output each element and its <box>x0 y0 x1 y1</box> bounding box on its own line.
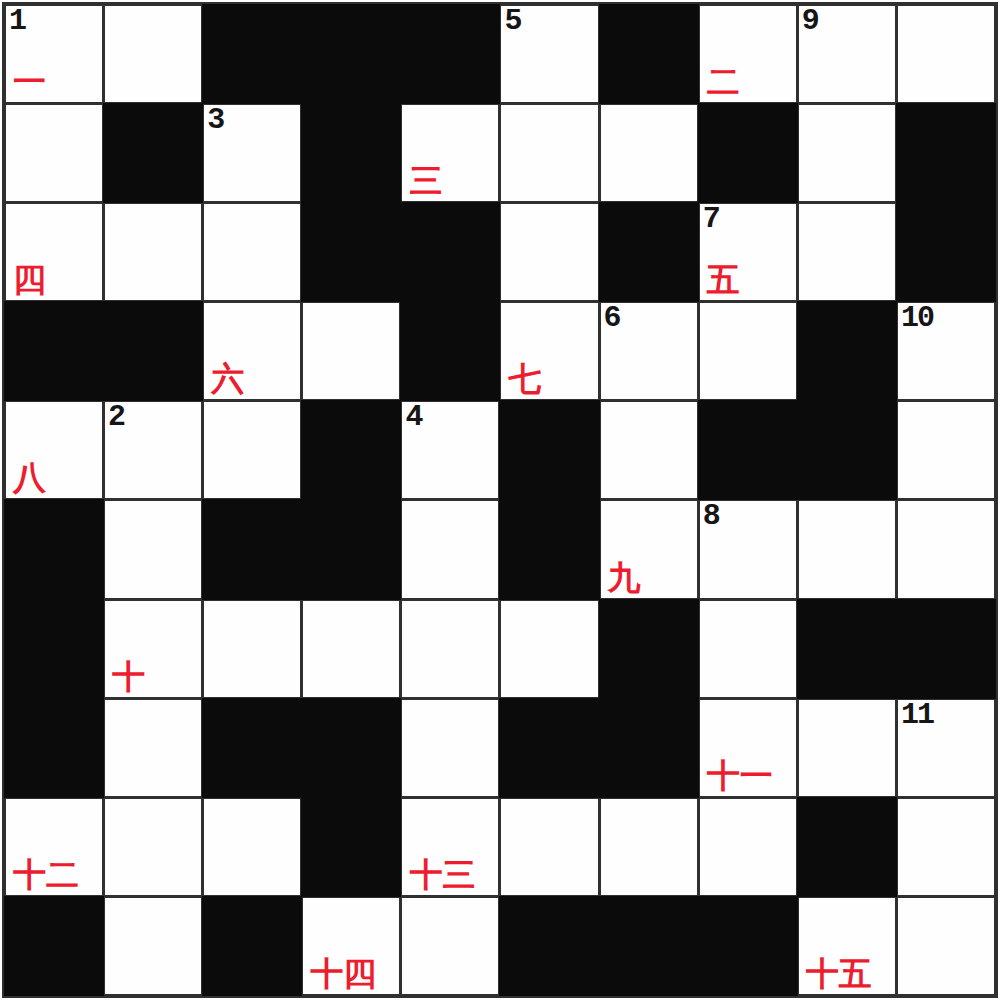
cell-r3c1 <box>105 303 201 399</box>
cell-r1c7 <box>700 105 796 201</box>
down-clue-number: 9 <box>802 6 818 38</box>
cell-r3c9[interactable]: 10 <box>898 303 994 399</box>
cell-r8c7[interactable] <box>700 799 796 895</box>
cell-r2c5[interactable] <box>501 204 597 300</box>
cell-r1c5[interactable] <box>501 105 597 201</box>
down-clue-number: 5 <box>504 6 520 38</box>
cell-r8c3 <box>303 799 399 895</box>
cell-r5c1[interactable] <box>105 501 201 597</box>
cell-r9c3[interactable]: 十四 <box>303 898 399 994</box>
cell-r1c6[interactable] <box>601 105 697 201</box>
down-clue-number: 6 <box>604 303 620 335</box>
cell-r0c6 <box>601 6 697 102</box>
cell-r7c8[interactable] <box>799 700 895 796</box>
cell-r0c1[interactable] <box>105 6 201 102</box>
crossword-page: 1一5二93三四7五六七610八24九8十十一11十二十三十四十五 <box>0 0 1000 1000</box>
cell-r3c8 <box>799 303 895 399</box>
cell-r9c8[interactable]: 十五 <box>799 898 895 994</box>
cell-r5c4[interactable] <box>402 501 498 597</box>
cell-r4c6[interactable] <box>601 402 697 498</box>
cell-r5c8[interactable] <box>799 501 895 597</box>
cell-r6c2[interactable] <box>204 601 300 697</box>
across-clue-numeral: 十一 <box>707 759 773 792</box>
down-clue-number: 2 <box>108 402 124 434</box>
cell-r2c7[interactable]: 7五 <box>700 204 796 300</box>
cell-r1c0[interactable] <box>6 105 102 201</box>
cell-r5c7[interactable]: 8 <box>700 501 796 597</box>
cell-r3c4 <box>402 303 498 399</box>
cell-r8c4[interactable]: 十三 <box>402 799 498 895</box>
cell-r2c3 <box>303 204 399 300</box>
cell-r5c0 <box>6 501 102 597</box>
cell-r0c0[interactable]: 1一 <box>6 6 102 102</box>
across-clue-numeral: 六 <box>211 362 244 395</box>
cell-r4c4[interactable]: 4 <box>402 402 498 498</box>
cell-r6c7[interactable] <box>700 601 796 697</box>
cell-r6c1[interactable]: 十 <box>105 601 201 697</box>
cell-r4c5 <box>501 402 597 498</box>
cell-r5c2 <box>204 501 300 597</box>
cell-r8c1[interactable] <box>105 799 201 895</box>
cell-r6c0 <box>6 601 102 697</box>
cell-r4c0[interactable]: 八 <box>6 402 102 498</box>
cell-r9c9[interactable] <box>898 898 994 994</box>
across-clue-numeral: 十二 <box>13 858 79 891</box>
cell-r7c2 <box>204 700 300 796</box>
cell-r8c9[interactable] <box>898 799 994 895</box>
across-clue-numeral: 十三 <box>409 858 475 891</box>
cell-r7c7[interactable]: 十一 <box>700 700 796 796</box>
cell-r3c7[interactable] <box>700 303 796 399</box>
cell-r6c4[interactable] <box>402 601 498 697</box>
cell-r9c4[interactable] <box>402 898 498 994</box>
cell-r9c1[interactable] <box>105 898 201 994</box>
cell-r9c5 <box>501 898 597 994</box>
across-clue-numeral: 十 <box>112 660 145 693</box>
cell-r6c5[interactable] <box>501 601 597 697</box>
cell-r1c1 <box>105 105 201 201</box>
across-clue-numeral: 十五 <box>806 957 872 990</box>
cell-r0c3 <box>303 6 399 102</box>
cell-r8c5[interactable] <box>501 799 597 895</box>
down-clue-number: 8 <box>703 501 719 533</box>
down-clue-number: 7 <box>703 204 719 236</box>
cell-r5c3 <box>303 501 399 597</box>
down-clue-number: 3 <box>207 105 223 137</box>
cell-r5c9[interactable] <box>898 501 994 597</box>
cell-r9c6 <box>601 898 697 994</box>
cell-r2c4 <box>402 204 498 300</box>
cell-r3c6[interactable]: 6 <box>601 303 697 399</box>
cell-r0c8[interactable]: 9 <box>799 6 895 102</box>
across-clue-numeral: 十四 <box>310 957 376 990</box>
cell-r4c3 <box>303 402 399 498</box>
cell-r5c6[interactable]: 九 <box>601 501 697 597</box>
across-clue-numeral: 四 <box>13 263 46 296</box>
cell-r4c1[interactable]: 2 <box>105 402 201 498</box>
cell-r6c3[interactable] <box>303 601 399 697</box>
cell-r1c3 <box>303 105 399 201</box>
cell-r1c9 <box>898 105 994 201</box>
cell-r3c5[interactable]: 七 <box>501 303 597 399</box>
across-clue-numeral: 七 <box>508 362 541 395</box>
cell-r4c7 <box>700 402 796 498</box>
cell-r7c0 <box>6 700 102 796</box>
cell-r8c2[interactable] <box>204 799 300 895</box>
cell-r8c0[interactable]: 十二 <box>6 799 102 895</box>
across-clue-numeral: 一 <box>13 65 46 98</box>
cell-r6c8 <box>799 601 895 697</box>
cell-r0c4 <box>402 6 498 102</box>
cell-r7c6 <box>601 700 697 796</box>
cell-r9c0 <box>6 898 102 994</box>
cell-r2c6 <box>601 204 697 300</box>
cell-r2c0[interactable]: 四 <box>6 204 102 300</box>
cell-r2c1[interactable] <box>105 204 201 300</box>
cell-r1c2[interactable]: 3 <box>204 105 300 201</box>
across-clue-numeral: 八 <box>13 461 46 494</box>
crossword-board: 1一5二93三四7五六七610八24九8十十一11十二十三十四十五 <box>2 2 998 998</box>
cell-r0c9[interactable] <box>898 6 994 102</box>
cell-r7c4[interactable] <box>402 700 498 796</box>
cell-r0c5[interactable]: 5 <box>501 6 597 102</box>
across-clue-numeral: 二 <box>707 65 740 98</box>
cell-r4c8 <box>799 402 895 498</box>
cell-r2c8[interactable] <box>799 204 895 300</box>
down-clue-number: 10 <box>901 303 933 335</box>
cell-r7c1[interactable] <box>105 700 201 796</box>
down-clue-number: 4 <box>405 402 421 434</box>
cell-r4c9[interactable] <box>898 402 994 498</box>
cell-r3c0 <box>6 303 102 399</box>
across-clue-numeral: 九 <box>608 561 641 594</box>
cell-r2c9 <box>898 204 994 300</box>
cell-r8c6[interactable] <box>601 799 697 895</box>
across-clue-numeral: 三 <box>409 164 442 197</box>
cell-r0c2 <box>204 6 300 102</box>
cell-r3c3[interactable] <box>303 303 399 399</box>
cell-r3c2[interactable]: 六 <box>204 303 300 399</box>
cell-r8c8 <box>799 799 895 895</box>
cell-r4c2[interactable] <box>204 402 300 498</box>
cell-r2c2[interactable] <box>204 204 300 300</box>
across-clue-numeral: 五 <box>707 263 740 296</box>
cell-r9c7 <box>700 898 796 994</box>
cell-r9c2 <box>204 898 300 994</box>
cell-r5c5 <box>501 501 597 597</box>
cell-r7c3 <box>303 700 399 796</box>
down-clue-number: 11 <box>901 700 933 732</box>
cell-r7c5 <box>501 700 597 796</box>
down-clue-number: 1 <box>9 6 25 38</box>
cell-r7c9[interactable]: 11 <box>898 700 994 796</box>
cell-r0c7[interactable]: 二 <box>700 6 796 102</box>
cell-r1c4[interactable]: 三 <box>402 105 498 201</box>
cell-r6c9 <box>898 601 994 697</box>
cell-r6c6 <box>601 601 697 697</box>
cell-r1c8[interactable] <box>799 105 895 201</box>
